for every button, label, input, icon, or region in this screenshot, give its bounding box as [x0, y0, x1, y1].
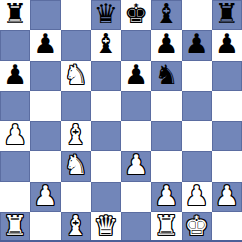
square-e1[interactable] — [121, 212, 151, 242]
piece-black-bishop[interactable]: ♝ — [154, 0, 178, 29]
square-c4[interactable]: ♝ — [61, 121, 91, 151]
square-f3[interactable] — [151, 151, 181, 181]
piece-white-knight[interactable]: ♞ — [64, 61, 88, 90]
square-h6[interactable] — [212, 61, 242, 91]
square-h7[interactable]: ♟ — [212, 30, 242, 60]
square-c3[interactable]: ♞ — [61, 151, 91, 181]
square-g1[interactable]: ♚ — [182, 212, 212, 242]
piece-white-king[interactable]: ♚ — [185, 212, 209, 241]
square-d7[interactable]: ♝ — [91, 30, 121, 60]
square-a7[interactable] — [0, 30, 30, 60]
square-b4[interactable] — [30, 121, 60, 151]
square-e2[interactable] — [121, 182, 151, 212]
piece-black-bishop[interactable]: ♝ — [94, 30, 118, 59]
square-g3[interactable] — [182, 151, 212, 181]
square-a1[interactable]: ♜ — [0, 212, 30, 242]
square-h2[interactable]: ♟ — [212, 182, 242, 212]
square-e4[interactable] — [121, 121, 151, 151]
square-c5[interactable] — [61, 91, 91, 121]
square-f4[interactable] — [151, 121, 181, 151]
piece-black-queen[interactable]: ♛ — [94, 0, 118, 29]
piece-black-pawn[interactable]: ♟ — [154, 30, 178, 59]
square-d8[interactable]: ♛ — [91, 0, 121, 30]
square-f7[interactable]: ♟ — [151, 30, 181, 60]
piece-white-pawn[interactable]: ♟ — [154, 182, 178, 211]
piece-white-pawn[interactable]: ♟ — [33, 182, 57, 211]
square-g6[interactable] — [182, 61, 212, 91]
square-g2[interactable]: ♟ — [182, 182, 212, 212]
piece-black-pawn[interactable]: ♟ — [33, 30, 57, 59]
square-d5[interactable] — [91, 91, 121, 121]
piece-black-rook[interactable]: ♜ — [215, 0, 239, 29]
piece-white-pawn[interactable]: ♟ — [124, 151, 148, 180]
square-d4[interactable] — [91, 121, 121, 151]
piece-white-queen[interactable]: ♛ — [94, 212, 118, 241]
piece-black-pawn[interactable]: ♟ — [124, 61, 148, 90]
piece-black-rook[interactable]: ♜ — [3, 0, 27, 29]
square-e3[interactable]: ♟ — [121, 151, 151, 181]
square-d2[interactable] — [91, 182, 121, 212]
square-h5[interactable] — [212, 91, 242, 121]
square-d3[interactable] — [91, 151, 121, 181]
square-f5[interactable] — [151, 91, 181, 121]
square-f2[interactable]: ♟ — [151, 182, 181, 212]
square-f8[interactable]: ♝ — [151, 0, 181, 30]
square-h1[interactable] — [212, 212, 242, 242]
piece-black-pawn[interactable]: ♟ — [185, 30, 209, 59]
square-b5[interactable] — [30, 91, 60, 121]
square-b8[interactable] — [30, 0, 60, 30]
square-e8[interactable]: ♚ — [121, 0, 151, 30]
square-g5[interactable] — [182, 91, 212, 121]
square-a2[interactable] — [0, 182, 30, 212]
piece-white-pawn[interactable]: ♟ — [215, 182, 239, 211]
square-f1[interactable]: ♜ — [151, 212, 181, 242]
chess-board-container: ♜♛♚♝♜♟♝♟♟♟♟♞♟♞♟♝♞♟♟♟♟♟♜♝♛♜♚ — [0, 0, 242, 242]
square-c7[interactable] — [61, 30, 91, 60]
square-c8[interactable] — [61, 0, 91, 30]
square-h3[interactable] — [212, 151, 242, 181]
square-b1[interactable] — [30, 212, 60, 242]
piece-black-king[interactable]: ♚ — [124, 0, 148, 29]
piece-black-pawn[interactable]: ♟ — [215, 30, 239, 59]
square-d1[interactable]: ♛ — [91, 212, 121, 242]
square-a8[interactable]: ♜ — [0, 0, 30, 30]
square-b3[interactable] — [30, 151, 60, 181]
square-b6[interactable] — [30, 61, 60, 91]
square-g8[interactable] — [182, 0, 212, 30]
square-g7[interactable]: ♟ — [182, 30, 212, 60]
square-h8[interactable]: ♜ — [212, 0, 242, 30]
chess-board: ♜♛♚♝♜♟♝♟♟♟♟♞♟♞♟♝♞♟♟♟♟♟♜♝♛♜♚ — [0, 0, 242, 242]
piece-white-bishop[interactable]: ♝ — [64, 121, 88, 150]
piece-black-pawn[interactable]: ♟ — [3, 61, 27, 90]
square-b2[interactable]: ♟ — [30, 182, 60, 212]
square-c2[interactable] — [61, 182, 91, 212]
square-a3[interactable] — [0, 151, 30, 181]
square-d6[interactable] — [91, 61, 121, 91]
piece-white-pawn[interactable]: ♟ — [185, 182, 209, 211]
square-e5[interactable] — [121, 91, 151, 121]
piece-black-knight[interactable]: ♞ — [154, 61, 178, 90]
piece-white-rook[interactable]: ♜ — [154, 212, 178, 241]
piece-white-bishop[interactable]: ♝ — [64, 212, 88, 241]
square-h4[interactable] — [212, 121, 242, 151]
piece-white-pawn[interactable]: ♟ — [3, 121, 27, 150]
square-g4[interactable] — [182, 121, 212, 151]
square-c6[interactable]: ♞ — [61, 61, 91, 91]
square-a6[interactable]: ♟ — [0, 61, 30, 91]
square-b7[interactable]: ♟ — [30, 30, 60, 60]
square-e7[interactable] — [121, 30, 151, 60]
square-a5[interactable] — [0, 91, 30, 121]
square-e6[interactable]: ♟ — [121, 61, 151, 91]
square-f6[interactable]: ♞ — [151, 61, 181, 91]
square-c1[interactable]: ♝ — [61, 212, 91, 242]
piece-white-rook[interactable]: ♜ — [3, 212, 27, 241]
piece-white-knight[interactable]: ♞ — [64, 151, 88, 180]
square-a4[interactable]: ♟ — [0, 121, 30, 151]
